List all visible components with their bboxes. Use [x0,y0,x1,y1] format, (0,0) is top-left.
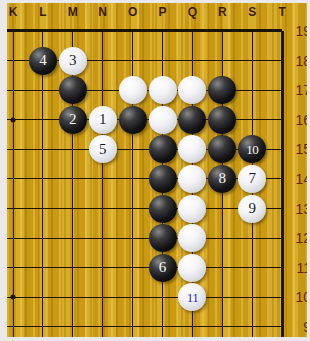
white-stone [178,224,206,252]
board-intersection[interactable] [7,16,28,46]
board-intersection[interactable] [237,75,267,105]
board-intersection[interactable] [148,75,178,105]
board-intersection[interactable] [118,253,148,283]
board-intersection[interactable] [267,253,297,283]
board-intersection[interactable]: 1 [88,105,118,135]
board-intersection[interactable] [118,16,148,46]
board-intersection[interactable] [177,135,207,165]
board-intersection[interactable] [148,105,178,135]
board-intersection[interactable] [267,46,297,76]
black-stone [119,106,147,134]
white-stone: 11 [178,283,206,311]
board-intersection[interactable] [58,283,88,313]
board-intersection[interactable]: 7 [237,164,267,194]
board-intersection[interactable] [7,253,28,283]
board-intersection[interactable] [7,194,28,224]
board-intersection[interactable] [7,283,28,313]
board-intersection[interactable] [177,194,207,224]
board-intersection[interactable] [267,194,297,224]
board-intersection[interactable] [58,253,88,283]
board-intersection[interactable] [7,135,28,165]
black-stone: 8 [208,165,236,193]
move-number: 2 [69,112,77,127]
white-stone [178,195,206,223]
board-intersection[interactable] [58,75,88,105]
board-intersection[interactable] [28,75,58,105]
board-intersection[interactable] [88,253,118,283]
board-intersection[interactable] [88,16,118,46]
board-intersection[interactable] [28,312,58,337]
board-grid: 4321510879611 [7,16,297,337]
black-stone [208,135,236,163]
board-intersection[interactable] [118,194,148,224]
move-number: 10 [246,143,258,156]
board-intersection[interactable] [267,223,297,253]
move-number: 7 [248,171,256,186]
board-intersection[interactable] [28,135,58,165]
board-intersection[interactable] [28,253,58,283]
black-stone: 10 [238,135,266,163]
black-stone [208,76,236,104]
board-intersection[interactable] [7,105,28,135]
board-intersection[interactable] [88,194,118,224]
board-intersection[interactable] [118,312,148,337]
board-intersection[interactable] [148,164,178,194]
move-number: 11 [187,291,199,304]
board-intersection[interactable] [267,16,297,46]
board-intersection[interactable] [58,164,88,194]
white-stone: 9 [238,195,266,223]
board-intersection[interactable] [237,16,267,46]
board-intersection[interactable] [58,135,88,165]
black-stone [149,165,177,193]
go-board: KLMNOPQRST 191817161514131211109 4321510… [7,3,307,337]
white-stone [119,76,147,104]
board-intersection[interactable] [177,164,207,194]
board-intersection[interactable] [237,105,267,135]
board-intersection[interactable] [267,105,297,135]
black-stone: 4 [29,47,57,75]
white-stone [149,76,177,104]
black-stone [149,195,177,223]
board-intersection[interactable] [177,75,207,105]
board-intersection[interactable] [267,135,297,165]
board-intersection[interactable] [58,16,88,46]
board-intersection[interactable] [28,223,58,253]
board-intersection[interactable] [177,312,207,337]
board-intersection[interactable] [237,223,267,253]
black-stone [149,135,177,163]
board-intersection[interactable] [148,312,178,337]
board-intersection[interactable] [148,194,178,224]
board-intersection[interactable] [118,283,148,313]
go-diagram: KLMNOPQRST 191817161514131211109 4321510… [0,0,310,341]
board-intersection[interactable] [207,105,237,135]
move-number: 3 [69,53,77,68]
board-intersection[interactable] [177,46,207,76]
board-intersection[interactable] [267,75,297,105]
board-intersection[interactable]: 2 [58,105,88,135]
board-intersection[interactable] [7,75,28,105]
board-intersection[interactable] [207,253,237,283]
board-intersection[interactable] [237,253,267,283]
board-intersection[interactable] [58,312,88,337]
white-stone [149,106,177,134]
board-intersection[interactable] [88,46,118,76]
white-stone: 5 [89,135,117,163]
board-intersection[interactable] [148,46,178,76]
board-intersection[interactable] [118,223,148,253]
board-intersection[interactable] [207,135,237,165]
black-stone [178,106,206,134]
black-stone [208,106,236,134]
move-number: 4 [39,53,47,68]
board-intersection[interactable] [28,105,58,135]
board-intersection[interactable] [207,312,237,337]
board-intersection[interactable] [28,194,58,224]
white-stone: 7 [238,165,266,193]
board-intersection[interactable] [28,164,58,194]
white-stone [178,135,206,163]
white-stone [178,76,206,104]
board-intersection[interactable] [7,312,28,337]
board-intersection[interactable] [207,16,237,46]
board-intersection[interactable] [148,135,178,165]
white-stone: 1 [89,106,117,134]
move-number: 5 [99,142,107,157]
move-number: 6 [159,260,167,275]
board-intersection[interactable] [267,283,297,313]
white-stone [178,254,206,282]
board-intersection[interactable] [118,135,148,165]
board-intersection[interactable] [237,46,267,76]
board-intersection[interactable]: 5 [88,135,118,165]
white-stone: 3 [59,47,87,75]
board-intersection[interactable] [207,223,237,253]
board-intersection[interactable]: 10 [237,135,267,165]
board-intersection[interactable] [237,283,267,313]
board-intersection[interactable] [7,223,28,253]
move-number: 9 [248,201,256,216]
black-stone [149,224,177,252]
board-intersection[interactable] [88,312,118,337]
board-intersection[interactable] [148,223,178,253]
board-intersection[interactable] [28,283,58,313]
board-intersection[interactable] [118,75,148,105]
board-intersection[interactable] [177,223,207,253]
board-intersection[interactable] [267,312,297,337]
board-intersection[interactable] [118,105,148,135]
board-intersection[interactable] [148,283,178,313]
board-intersection[interactable]: 3 [58,46,88,76]
move-number: 1 [99,112,107,127]
board-intersection[interactable] [7,46,28,76]
board-intersection[interactable]: 4 [28,46,58,76]
board-intersection[interactable]: 9 [237,194,267,224]
board-intersection[interactable] [177,16,207,46]
white-stone [178,165,206,193]
board-intersection[interactable] [148,16,178,46]
board-intersection[interactable] [88,75,118,105]
board-intersection[interactable] [7,164,28,194]
board-intersection[interactable] [88,283,118,313]
board-intersection[interactable] [207,283,237,313]
move-number: 8 [219,171,227,186]
board-intersection[interactable] [88,164,118,194]
board-intersection[interactable] [88,223,118,253]
board-intersection[interactable] [177,105,207,135]
board-intersection[interactable] [207,75,237,105]
board-intersection[interactable] [237,312,267,337]
black-stone: 6 [149,254,177,282]
star-point [11,117,16,122]
board-intersection[interactable] [207,194,237,224]
board-intersection[interactable] [58,223,88,253]
board-intersection[interactable] [118,164,148,194]
board-intersection[interactable] [177,253,207,283]
black-stone: 2 [59,106,87,134]
board-intersection[interactable] [118,46,148,76]
board-intersection[interactable] [28,16,58,46]
board-intersection[interactable] [58,194,88,224]
board-intersection[interactable] [207,46,237,76]
black-stone [59,76,87,104]
board-intersection[interactable]: 6 [148,253,178,283]
board-intersection[interactable]: 8 [207,164,237,194]
board-intersection[interactable] [267,164,297,194]
board-intersection[interactable]: 11 [177,283,207,313]
star-point [11,295,16,300]
